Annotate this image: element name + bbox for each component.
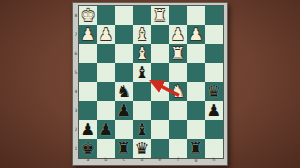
square-e5[interactable] — [151, 63, 169, 82]
black-pawn-piece[interactable]: ♟ — [79, 120, 97, 139]
square-g6[interactable] — [187, 44, 205, 63]
square-c6[interactable] — [115, 44, 133, 63]
square-e6[interactable] — [151, 44, 169, 63]
square-a7[interactable]: ♟ — [79, 25, 97, 44]
square-d3[interactable] — [133, 101, 151, 120]
square-a3[interactable] — [79, 101, 97, 120]
file-label-b: b — [97, 156, 115, 165]
square-c5[interactable] — [115, 63, 133, 82]
file-label-e: e — [151, 156, 169, 165]
square-f6[interactable]: ♜ — [169, 44, 187, 63]
white-pawn-piece[interactable]: ♟ — [79, 25, 97, 44]
square-a8[interactable]: ♚ — [79, 6, 97, 25]
square-h2[interactable] — [205, 120, 223, 139]
white-bishop-piece[interactable]: ♝ — [133, 25, 151, 44]
square-d7[interactable]: ♝ — [133, 25, 151, 44]
white-rook-piece[interactable]: ♜ — [151, 6, 169, 25]
square-d5[interactable]: ♝ — [133, 63, 151, 82]
square-g5[interactable] — [187, 63, 205, 82]
white-bishop-piece[interactable]: ♝ — [133, 44, 151, 63]
square-a6[interactable] — [79, 44, 97, 63]
file-label-c: c — [115, 156, 133, 165]
square-d4[interactable] — [133, 82, 151, 101]
square-b8[interactable] — [97, 6, 115, 25]
square-f5[interactable] — [169, 63, 187, 82]
square-f3[interactable] — [169, 101, 187, 120]
square-a5[interactable] — [79, 63, 97, 82]
square-g8[interactable] — [187, 6, 205, 25]
square-h8[interactable] — [205, 6, 223, 25]
chess-screenshot: 87654321 ♚♜♟♟♝♟♟♝♜♝♞♞♛♟♟♟♟♝♚♜♛♜ abcdefgh — [0, 0, 300, 168]
square-h6[interactable] — [205, 44, 223, 63]
square-c8[interactable] — [115, 6, 133, 25]
white-pawn-piece[interactable]: ♟ — [187, 25, 205, 44]
square-g3[interactable] — [187, 101, 205, 120]
square-c3[interactable]: ♟ — [115, 101, 133, 120]
white-knight-piece[interactable]: ♞ — [169, 82, 187, 101]
black-pawn-piece[interactable]: ♟ — [97, 120, 115, 139]
file-label-h: h — [205, 156, 223, 165]
square-g7[interactable]: ♟ — [187, 25, 205, 44]
black-queen-piece[interactable]: ♛ — [205, 82, 223, 101]
square-c7[interactable] — [115, 25, 133, 44]
square-b3[interactable] — [97, 101, 115, 120]
square-c4[interactable]: ♞ — [115, 82, 133, 101]
square-b6[interactable] — [97, 44, 115, 63]
square-h4[interactable]: ♛ — [205, 82, 223, 101]
square-f4[interactable]: ♞ — [169, 82, 187, 101]
black-pawn-piece[interactable]: ♟ — [205, 101, 223, 120]
white-pawn-piece[interactable]: ♟ — [97, 25, 115, 44]
square-f8[interactable] — [169, 6, 187, 25]
chess-board: ♚♜♟♟♝♟♟♝♜♝♞♞♛♟♟♟♟♝♚♜♛♜ — [79, 6, 223, 158]
white-pawn-piece[interactable]: ♟ — [169, 25, 187, 44]
square-g4[interactable] — [187, 82, 205, 101]
square-a2[interactable]: ♟ — [79, 120, 97, 139]
black-bishop-piece[interactable]: ♝ — [133, 120, 151, 139]
board-frame: 87654321 ♚♜♟♟♝♟♟♝♜♝♞♞♛♟♟♟♟♝♚♜♛♜ abcdefgh — [72, 2, 228, 166]
square-b2[interactable]: ♟ — [97, 120, 115, 139]
square-e7[interactable] — [151, 25, 169, 44]
square-c2[interactable] — [115, 120, 133, 139]
file-label-g: g — [187, 156, 205, 165]
square-h7[interactable] — [205, 25, 223, 44]
square-d6[interactable]: ♝ — [133, 44, 151, 63]
black-knight-piece[interactable]: ♞ — [115, 82, 133, 101]
white-rook-piece[interactable]: ♜ — [169, 44, 187, 63]
file-labels: abcdefgh — [79, 156, 223, 165]
square-a4[interactable] — [79, 82, 97, 101]
square-g2[interactable] — [187, 120, 205, 139]
square-b5[interactable] — [97, 63, 115, 82]
square-h3[interactable]: ♟ — [205, 101, 223, 120]
square-b7[interactable]: ♟ — [97, 25, 115, 44]
square-f7[interactable]: ♟ — [169, 25, 187, 44]
file-label-f: f — [169, 156, 187, 165]
square-e3[interactable] — [151, 101, 169, 120]
square-e8[interactable]: ♜ — [151, 6, 169, 25]
square-b4[interactable] — [97, 82, 115, 101]
square-h5[interactable] — [205, 63, 223, 82]
square-e4[interactable] — [151, 82, 169, 101]
square-f2[interactable] — [169, 120, 187, 139]
black-bishop-piece[interactable]: ♝ — [133, 63, 151, 82]
file-label-a: a — [79, 156, 97, 165]
square-e2[interactable] — [151, 120, 169, 139]
board-grid: ♚♜♟♟♝♟♟♝♜♝♞♞♛♟♟♟♟♝♚♜♛♜ — [79, 6, 223, 158]
white-king-piece[interactable]: ♚ — [79, 6, 97, 25]
square-d8[interactable] — [133, 6, 151, 25]
square-d2[interactable]: ♝ — [133, 120, 151, 139]
black-pawn-piece[interactable]: ♟ — [115, 101, 133, 120]
file-label-d: d — [133, 156, 151, 165]
